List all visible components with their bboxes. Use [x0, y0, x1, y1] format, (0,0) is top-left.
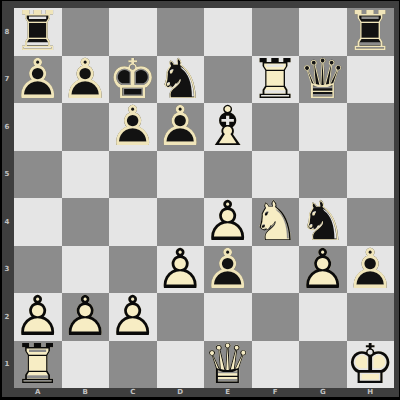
piece-outline-glyph: ♔ — [347, 341, 395, 389]
piece-outline-glyph: ♙ — [204, 198, 252, 246]
rank-label-8: 8 — [0, 8, 14, 56]
piece-fill-glyph: ♟ — [157, 246, 205, 294]
piece-outline-glyph: ♔ — [109, 56, 157, 104]
square-c7[interactable]: ♚♔ — [109, 56, 157, 104]
square-a3[interactable] — [14, 246, 62, 294]
square-e8[interactable] — [204, 8, 252, 56]
square-e6[interactable]: ♝♗ — [204, 103, 252, 151]
piece-black-rook[interactable]: ♜♖ — [14, 8, 62, 56]
piece-outline-glyph: ♖ — [252, 56, 300, 104]
piece-outline-glyph: ♘ — [157, 56, 205, 104]
piece-outline-glyph: ♕ — [299, 56, 347, 104]
square-d3[interactable]: ♟♙ — [157, 246, 205, 294]
square-a7[interactable]: ♟♙ — [14, 56, 62, 104]
piece-white-pawn[interactable]: ♟♙ — [62, 293, 110, 341]
square-a1[interactable]: ♜♖ — [14, 341, 62, 389]
piece-fill-glyph: ♜ — [252, 56, 300, 104]
piece-white-pawn[interactable]: ♟♙ — [299, 246, 347, 294]
piece-outline-glyph: ♖ — [14, 341, 62, 389]
piece-outline-glyph: ♙ — [157, 246, 205, 294]
square-b8[interactable] — [62, 8, 110, 56]
piece-fill-glyph: ♜ — [14, 341, 62, 389]
piece-fill-glyph: ♝ — [204, 103, 252, 151]
piece-black-king[interactable]: ♚♔ — [109, 56, 157, 104]
chess-board[interactable]: ♜♖♜♖♟♙♟♙♚♔♞♘♜♖♛♕♟♙♟♙♝♗♟♙♞♘♞♘♟♙♟♙♟♙♟♙♟♙♟♙… — [14, 8, 394, 388]
square-h1[interactable]: ♚♔ — [347, 341, 395, 389]
square-g8[interactable] — [299, 8, 347, 56]
piece-fill-glyph: ♟ — [347, 246, 395, 294]
piece-fill-glyph: ♟ — [299, 246, 347, 294]
square-d6[interactable]: ♟♙ — [157, 103, 205, 151]
piece-white-rook[interactable]: ♜♖ — [252, 56, 300, 104]
square-a5[interactable] — [14, 151, 62, 199]
rank-label-6: 6 — [0, 103, 14, 151]
square-f4[interactable]: ♞♘ — [252, 198, 300, 246]
square-c3[interactable] — [109, 246, 157, 294]
piece-outline-glyph: ♘ — [299, 198, 347, 246]
piece-outline-glyph: ♙ — [204, 246, 252, 294]
square-h3[interactable]: ♟♙ — [347, 246, 395, 294]
square-d5[interactable] — [157, 151, 205, 199]
square-b4[interactable] — [62, 198, 110, 246]
piece-white-king[interactable]: ♚♔ — [347, 341, 395, 389]
piece-fill-glyph: ♟ — [14, 56, 62, 104]
square-g7[interactable]: ♛♕ — [299, 56, 347, 104]
square-a2[interactable]: ♟♙ — [14, 293, 62, 341]
square-a4[interactable] — [14, 198, 62, 246]
square-c5[interactable] — [109, 151, 157, 199]
square-g3[interactable]: ♟♙ — [299, 246, 347, 294]
square-f3[interactable] — [252, 246, 300, 294]
rank-label-1: 1 — [0, 341, 14, 389]
piece-outline-glyph: ♙ — [109, 103, 157, 151]
piece-fill-glyph: ♟ — [157, 103, 205, 151]
square-c6[interactable]: ♟♙ — [109, 103, 157, 151]
square-f5[interactable] — [252, 151, 300, 199]
piece-black-pawn[interactable]: ♟♙ — [157, 103, 205, 151]
square-d4[interactable] — [157, 198, 205, 246]
square-d7[interactable]: ♞♘ — [157, 56, 205, 104]
piece-outline-glyph: ♙ — [62, 293, 110, 341]
piece-fill-glyph: ♚ — [347, 341, 395, 389]
square-e5[interactable] — [204, 151, 252, 199]
square-b3[interactable] — [62, 246, 110, 294]
square-a6[interactable] — [14, 103, 62, 151]
square-h8[interactable]: ♜♖ — [347, 8, 395, 56]
piece-outline-glyph: ♖ — [347, 8, 395, 56]
rank-label-3: 3 — [0, 246, 14, 294]
square-f8[interactable] — [252, 8, 300, 56]
piece-white-pawn[interactable]: ♟♙ — [109, 293, 157, 341]
square-e4[interactable]: ♟♙ — [204, 198, 252, 246]
piece-black-knight[interactable]: ♞♘ — [299, 198, 347, 246]
square-f1[interactable] — [252, 341, 300, 389]
piece-white-pawn[interactable]: ♟♙ — [157, 246, 205, 294]
piece-fill-glyph: ♟ — [204, 198, 252, 246]
square-c1[interactable] — [109, 341, 157, 389]
rank-label-4: 4 — [0, 198, 14, 246]
piece-white-knight[interactable]: ♞♘ — [252, 198, 300, 246]
square-d8[interactable] — [157, 8, 205, 56]
square-g1[interactable] — [299, 341, 347, 389]
square-g4[interactable]: ♞♘ — [299, 198, 347, 246]
piece-black-pawn[interactable]: ♟♙ — [204, 246, 252, 294]
piece-black-pawn[interactable]: ♟♙ — [347, 246, 395, 294]
piece-fill-glyph: ♛ — [299, 56, 347, 104]
piece-white-bishop[interactable]: ♝♗ — [204, 103, 252, 151]
square-h7[interactable] — [347, 56, 395, 104]
square-b5[interactable] — [62, 151, 110, 199]
piece-fill-glyph: ♟ — [204, 246, 252, 294]
square-f6[interactable] — [252, 103, 300, 151]
piece-fill-glyph: ♟ — [62, 293, 110, 341]
square-b6[interactable] — [62, 103, 110, 151]
square-e7[interactable] — [204, 56, 252, 104]
piece-fill-glyph: ♟ — [109, 293, 157, 341]
piece-fill-glyph: ♜ — [347, 8, 395, 56]
piece-fill-glyph: ♞ — [252, 198, 300, 246]
rank-label-5: 5 — [0, 151, 14, 199]
square-d2[interactable] — [157, 293, 205, 341]
piece-white-rook[interactable]: ♜♖ — [14, 341, 62, 389]
piece-black-queen[interactable]: ♛♕ — [299, 56, 347, 104]
file-label-f: F — [252, 388, 300, 397]
piece-fill-glyph: ♟ — [109, 103, 157, 151]
square-g5[interactable] — [299, 151, 347, 199]
file-label-b: B — [62, 388, 110, 397]
square-c2[interactable]: ♟♙ — [109, 293, 157, 341]
piece-black-pawn[interactable]: ♟♙ — [109, 103, 157, 151]
file-label-d: D — [157, 388, 205, 397]
square-f2[interactable] — [252, 293, 300, 341]
piece-white-queen[interactable]: ♛♕ — [204, 341, 252, 389]
piece-fill-glyph: ♛ — [204, 341, 252, 389]
piece-white-pawn[interactable]: ♟♙ — [204, 198, 252, 246]
piece-outline-glyph: ♗ — [204, 103, 252, 151]
square-h4[interactable] — [347, 198, 395, 246]
square-c8[interactable] — [109, 8, 157, 56]
piece-fill-glyph: ♟ — [14, 293, 62, 341]
piece-black-knight[interactable]: ♞♘ — [157, 56, 205, 104]
file-label-e: E — [204, 388, 252, 397]
piece-fill-glyph: ♞ — [299, 198, 347, 246]
piece-outline-glyph: ♙ — [62, 56, 110, 104]
piece-outline-glyph: ♕ — [204, 341, 252, 389]
square-e2[interactable] — [204, 293, 252, 341]
square-g2[interactable] — [299, 293, 347, 341]
piece-outline-glyph: ♙ — [157, 103, 205, 151]
square-f7[interactable]: ♜♖ — [252, 56, 300, 104]
file-label-c: C — [109, 388, 157, 397]
square-g6[interactable] — [299, 103, 347, 151]
piece-outline-glyph: ♘ — [252, 198, 300, 246]
square-a8[interactable]: ♜♖ — [14, 8, 62, 56]
square-h5[interactable] — [347, 151, 395, 199]
file-label-h: H — [347, 388, 395, 397]
piece-fill-glyph: ♟ — [62, 56, 110, 104]
piece-fill-glyph: ♜ — [14, 8, 62, 56]
piece-outline-glyph: ♙ — [109, 293, 157, 341]
piece-white-pawn[interactable]: ♟♙ — [14, 293, 62, 341]
piece-black-rook[interactable]: ♜♖ — [347, 8, 395, 56]
square-b7[interactable]: ♟♙ — [62, 56, 110, 104]
piece-outline-glyph: ♙ — [347, 246, 395, 294]
file-label-g: G — [299, 388, 347, 397]
square-h6[interactable] — [347, 103, 395, 151]
rank-label-2: 2 — [0, 293, 14, 341]
piece-fill-glyph: ♞ — [157, 56, 205, 104]
piece-outline-glyph: ♖ — [14, 8, 62, 56]
square-h2[interactable] — [347, 293, 395, 341]
square-d1[interactable] — [157, 341, 205, 389]
rank-label-7: 7 — [0, 56, 14, 104]
square-b2[interactable]: ♟♙ — [62, 293, 110, 341]
piece-black-pawn[interactable]: ♟♙ — [14, 56, 62, 104]
square-e1[interactable]: ♛♕ — [204, 341, 252, 389]
square-b1[interactable] — [62, 341, 110, 389]
file-label-a: A — [14, 388, 62, 397]
piece-outline-glyph: ♙ — [14, 56, 62, 104]
piece-outline-glyph: ♙ — [14, 293, 62, 341]
piece-fill-glyph: ♚ — [109, 56, 157, 104]
square-c4[interactable] — [109, 198, 157, 246]
piece-outline-glyph: ♙ — [299, 246, 347, 294]
square-e3[interactable]: ♟♙ — [204, 246, 252, 294]
piece-black-pawn[interactable]: ♟♙ — [62, 56, 110, 104]
